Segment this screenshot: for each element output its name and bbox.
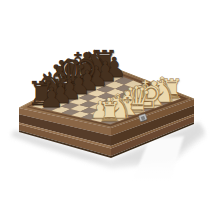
- backdrop-fade: [0, 155, 210, 210]
- chess-set-product-photo: ♜♟♞♟♝♟♚♟♛♟♟♝♟♜♟♞♞♟♟♝♜♟♟♚♟♛♟♝♟♞♟♜: [0, 0, 210, 210]
- chess-board-box: [0, 0, 210, 210]
